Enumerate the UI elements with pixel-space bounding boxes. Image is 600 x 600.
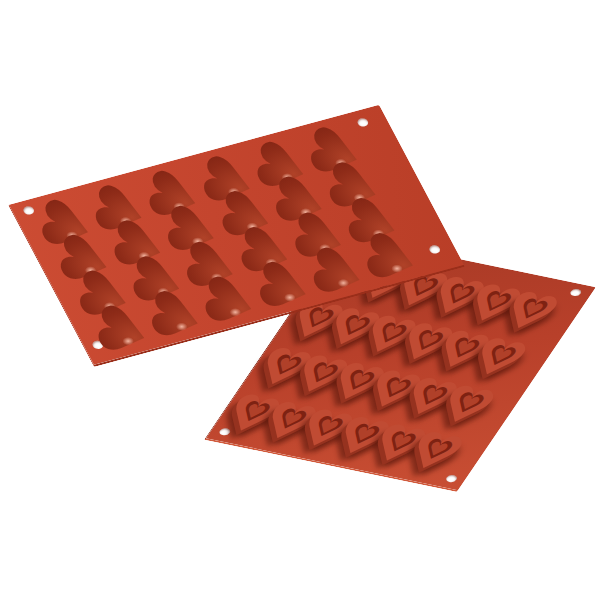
- product-photo: ♥♥♥♥♥♥♥♥♥♥♥♥♥♥♥♥♥♥♥♥♥♥♥♥♥♥♥♥♥♥♥♥♥♥♥♥♥♥♥♥…: [0, 0, 600, 600]
- heart-cavity: ♥: [356, 235, 429, 285]
- corner-hole: [356, 117, 370, 127]
